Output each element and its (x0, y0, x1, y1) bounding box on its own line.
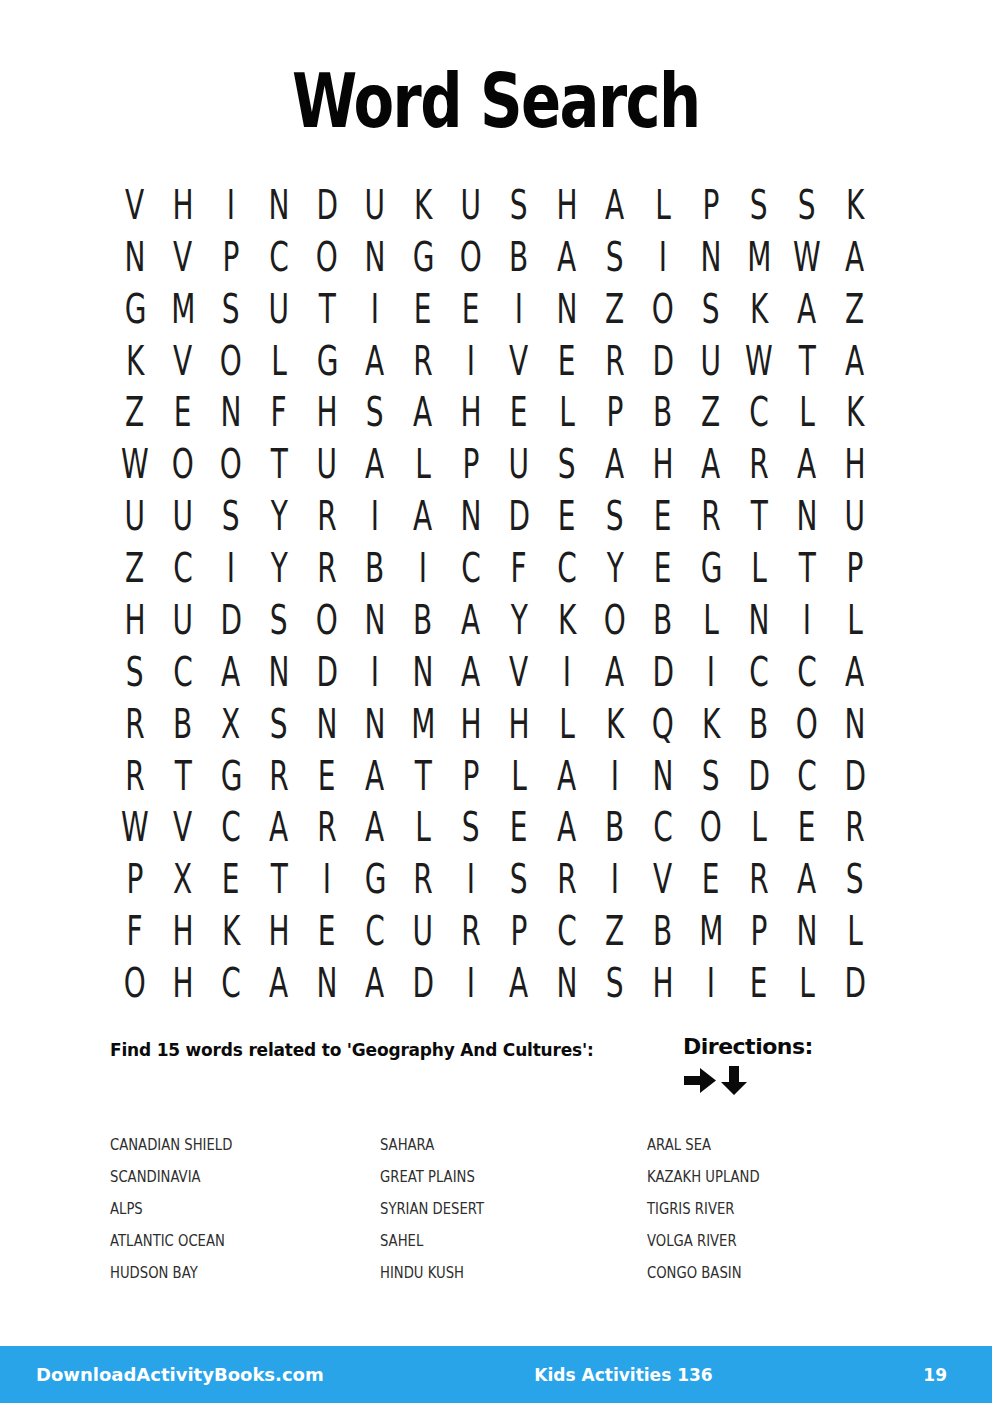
grid-cell: I (783, 594, 831, 646)
grid-cell: L (831, 905, 879, 957)
grid-cell: L (399, 802, 447, 854)
grid-cell: Z (687, 387, 735, 439)
grid-cell: P (447, 750, 495, 802)
grid-cell: U (831, 490, 879, 542)
grid-cell: V (495, 646, 543, 698)
grid-cell: A (591, 179, 639, 231)
grid-cell: L (639, 179, 687, 231)
grid-cell: D (831, 750, 879, 802)
grid-cell: Z (111, 387, 159, 439)
grid-cell: R (735, 438, 783, 490)
grid-cell: R (399, 335, 447, 387)
grid-cell: T (159, 750, 207, 802)
grid-cell: U (351, 179, 399, 231)
grid-cell: M (159, 283, 207, 335)
grid-cell: E (735, 957, 783, 1009)
grid-cell: L (783, 957, 831, 1009)
grid-cell: N (351, 231, 399, 283)
grid-cell: R (303, 542, 351, 594)
grid-cell: F (495, 542, 543, 594)
page-title: Word Search (0, 58, 992, 144)
grid-cell: A (687, 438, 735, 490)
grid-cell: D (207, 594, 255, 646)
word-item: CANADIAN SHIELD (110, 1136, 249, 1168)
grid-cell: A (783, 853, 831, 905)
grid-cell: S (831, 853, 879, 905)
word-search-grid: VHINDUKUSHALPSSKNVPCONGOBASINMWAGMSUTIEE… (111, 179, 879, 1009)
grid-cell: H (831, 438, 879, 490)
grid-cell: C (207, 957, 255, 1009)
grid-cell: S (591, 957, 639, 1009)
grid-cell: E (783, 802, 831, 854)
grid-cell: E (303, 750, 351, 802)
grid-cell: N (303, 698, 351, 750)
word-list-column-3: ARAL SEAKAZAKH UPLANDTIGRIS RIVERVOLGA R… (647, 1136, 775, 1296)
grid-cell: H (303, 387, 351, 439)
grid-cell: X (159, 853, 207, 905)
word-item: GREAT PLAINS (380, 1168, 498, 1200)
grid-cell: D (495, 490, 543, 542)
word-item: TIGRIS RIVER (647, 1200, 775, 1232)
grid-cell: V (495, 335, 543, 387)
grid-cell: Y (255, 490, 303, 542)
grid-cell: I (687, 957, 735, 1009)
word-item: ALPS (110, 1200, 249, 1232)
grid-cell: L (687, 594, 735, 646)
grid-cell: I (351, 283, 399, 335)
grid-cell: A (543, 750, 591, 802)
word-item: CONGO BASIN (647, 1264, 775, 1296)
grid-cell: B (399, 594, 447, 646)
grid-cell: S (255, 594, 303, 646)
grid-cell: E (543, 490, 591, 542)
grid-cell: E (303, 905, 351, 957)
grid-cell: A (543, 231, 591, 283)
grid-cell: S (687, 750, 735, 802)
grid-cell: L (399, 438, 447, 490)
grid-cell: K (207, 905, 255, 957)
word-item: SYRIAN DESERT (380, 1200, 498, 1232)
right-arrow-icon (683, 1067, 717, 1094)
grid-cell: E (543, 335, 591, 387)
grid-cell: T (255, 438, 303, 490)
grid-cell: R (831, 802, 879, 854)
grid-cell: N (111, 231, 159, 283)
grid-cell: P (735, 905, 783, 957)
grid-cell: P (207, 231, 255, 283)
grid-cell: T (303, 283, 351, 335)
grid-cell: A (591, 438, 639, 490)
grid-cell: A (831, 646, 879, 698)
grid-cell: R (255, 750, 303, 802)
grid-cell: N (399, 646, 447, 698)
grid-cell: K (399, 179, 447, 231)
grid-cell: S (543, 438, 591, 490)
grid-cell: C (207, 802, 255, 854)
footer-bar: DownloadActivityBooks.com Kids Activitie… (0, 1346, 992, 1403)
grid-cell: W (111, 802, 159, 854)
grid-cell: R (111, 698, 159, 750)
clue-text: Find 15 words related to 'Geography And … (110, 1040, 594, 1060)
grid-cell: H (159, 957, 207, 1009)
grid-cell: I (207, 179, 255, 231)
grid-cell: I (303, 853, 351, 905)
grid-cell: O (159, 438, 207, 490)
grid-cell: A (447, 594, 495, 646)
grid-cell: I (687, 646, 735, 698)
grid-cell: W (783, 231, 831, 283)
grid-cell: H (111, 594, 159, 646)
grid-cell: P (831, 542, 879, 594)
grid-cell: P (591, 387, 639, 439)
grid-cell: G (687, 542, 735, 594)
grid-cell: I (591, 853, 639, 905)
grid-cell: A (207, 646, 255, 698)
grid-cell: P (447, 438, 495, 490)
grid-cell: E (687, 853, 735, 905)
grid-cell: L (543, 698, 591, 750)
grid-cell: B (351, 542, 399, 594)
grid-cell: I (447, 957, 495, 1009)
grid-cell: E (495, 802, 543, 854)
grid-cell: R (591, 335, 639, 387)
grid-cell: X (207, 698, 255, 750)
grid-cell: S (447, 802, 495, 854)
grid-cell: Z (591, 283, 639, 335)
grid-cell: N (735, 594, 783, 646)
grid-cell: E (639, 490, 687, 542)
grid-cell: W (111, 438, 159, 490)
grid-cell: Y (591, 542, 639, 594)
grid-cell: K (735, 283, 783, 335)
grid-cell: C (735, 387, 783, 439)
grid-cell: A (255, 957, 303, 1009)
grid-cell: A (447, 646, 495, 698)
grid-cell: C (543, 542, 591, 594)
grid-cell: C (783, 750, 831, 802)
grid-cell: E (447, 283, 495, 335)
grid-cell: C (255, 231, 303, 283)
grid-cell: E (399, 283, 447, 335)
grid-cell: U (255, 283, 303, 335)
grid-cell: U (111, 490, 159, 542)
grid-cell: O (447, 231, 495, 283)
grid-cell: E (207, 853, 255, 905)
grid-cell: T (783, 542, 831, 594)
grid-cell: B (639, 387, 687, 439)
grid-cell: M (687, 905, 735, 957)
grid-cell: A (255, 802, 303, 854)
footer-website: DownloadActivityBooks.com (36, 1364, 324, 1385)
grid-cell: R (687, 490, 735, 542)
word-item: ARAL SEA (647, 1136, 775, 1168)
grid-cell: N (831, 698, 879, 750)
grid-cell: C (159, 646, 207, 698)
page-title-text: Word Search (292, 58, 700, 144)
grid-cell: V (639, 853, 687, 905)
grid-cell: I (495, 283, 543, 335)
grid-cell: M (399, 698, 447, 750)
grid-cell: Y (495, 594, 543, 646)
grid-cell: S (255, 698, 303, 750)
grid-cell: S (591, 490, 639, 542)
grid-cell: L (735, 802, 783, 854)
grid-cell: N (351, 594, 399, 646)
grid-cell: K (591, 698, 639, 750)
word-item: KAZAKH UPLAND (647, 1168, 775, 1200)
grid-cell: O (687, 802, 735, 854)
grid-cell: H (495, 698, 543, 750)
grid-cell: A (831, 335, 879, 387)
grid-cell: H (639, 438, 687, 490)
grid-cell: B (639, 905, 687, 957)
grid-cell: G (111, 283, 159, 335)
word-item: SAHARA (380, 1136, 498, 1168)
grid-cell: D (735, 750, 783, 802)
grid-cell: A (351, 802, 399, 854)
word-item: SCANDINAVIA (110, 1168, 249, 1200)
grid-cell: N (447, 490, 495, 542)
grid-cell: S (207, 283, 255, 335)
grid-cell: B (639, 594, 687, 646)
grid-cell: H (543, 179, 591, 231)
grid-cell: U (399, 905, 447, 957)
grid-cell: N (639, 750, 687, 802)
grid-cell: C (735, 646, 783, 698)
grid-cell: K (687, 698, 735, 750)
grid-cell: A (351, 335, 399, 387)
grid-cell: H (447, 387, 495, 439)
grid-cell: A (351, 750, 399, 802)
grid-cell: A (831, 231, 879, 283)
grid-cell: P (495, 905, 543, 957)
grid-cell: A (351, 957, 399, 1009)
directions-arrows (683, 1065, 883, 1096)
grid-cell: T (783, 335, 831, 387)
grid-cell: A (399, 490, 447, 542)
grid-cell: R (399, 853, 447, 905)
grid-cell: O (303, 594, 351, 646)
word-item: HINDU KUSH (380, 1264, 498, 1296)
grid-cell: C (639, 802, 687, 854)
grid-cell: I (207, 542, 255, 594)
grid-cell: T (399, 750, 447, 802)
grid-cell: D (639, 646, 687, 698)
footer-book-title: Kids Activities 136 (324, 1365, 924, 1385)
grid-cell: I (351, 646, 399, 698)
grid-cell: P (687, 179, 735, 231)
grid-cell: O (783, 698, 831, 750)
grid-cell: N (255, 179, 303, 231)
grid-cell: C (351, 905, 399, 957)
grid-cell: U (447, 179, 495, 231)
grid-cell: R (111, 750, 159, 802)
grid-cell: L (255, 335, 303, 387)
grid-cell: L (735, 542, 783, 594)
grid-cell: V (111, 179, 159, 231)
grid-cell: N (303, 957, 351, 1009)
grid-cell: A (495, 957, 543, 1009)
grid-cell: D (303, 179, 351, 231)
grid-cell: A (591, 646, 639, 698)
grid-cell: I (543, 646, 591, 698)
grid-cell: H (159, 179, 207, 231)
grid-cell: Z (591, 905, 639, 957)
grid-cell: N (783, 490, 831, 542)
grid-cell: O (639, 283, 687, 335)
word-list-column-2: SAHARAGREAT PLAINSSYRIAN DESERTSAHELHIND… (380, 1136, 498, 1296)
grid-cell: A (351, 438, 399, 490)
grid-cell: O (303, 231, 351, 283)
grid-cell: Z (111, 542, 159, 594)
grid-cell: D (639, 335, 687, 387)
grid-cell: I (351, 490, 399, 542)
grid-cell: C (159, 542, 207, 594)
grid-cell: Q (639, 698, 687, 750)
grid-cell: D (831, 957, 879, 1009)
grid-cell: S (687, 283, 735, 335)
directions-heading: Directions: (683, 1034, 883, 1059)
grid-cell: K (543, 594, 591, 646)
grid-cell: T (255, 853, 303, 905)
grid-cell: K (831, 387, 879, 439)
grid-cell: S (207, 490, 255, 542)
grid-cell: U (495, 438, 543, 490)
grid-cell: O (207, 335, 255, 387)
grid-cell: L (831, 594, 879, 646)
grid-cell: H (255, 905, 303, 957)
directions-block: Directions: (683, 1034, 883, 1096)
grid-cell: G (351, 853, 399, 905)
grid-cell: R (303, 802, 351, 854)
grid-cell: Z (831, 283, 879, 335)
grid-cell: R (543, 853, 591, 905)
grid-cell: R (303, 490, 351, 542)
grid-cell: B (735, 698, 783, 750)
grid-cell: E (639, 542, 687, 594)
grid-cell: I (639, 231, 687, 283)
footer-page-number: 19 (923, 1365, 947, 1385)
word-item: HUDSON BAY (110, 1264, 249, 1296)
grid-cell: S (783, 179, 831, 231)
grid-cell: C (447, 542, 495, 594)
grid-cell: N (543, 283, 591, 335)
grid-cell: M (735, 231, 783, 283)
grid-cell: N (783, 905, 831, 957)
grid-cell: B (495, 231, 543, 283)
grid-cell: A (783, 438, 831, 490)
grid-cell: U (687, 335, 735, 387)
grid-cell: R (735, 853, 783, 905)
grid-cell: U (159, 490, 207, 542)
grid-cell: I (399, 542, 447, 594)
grid-cell: S (495, 179, 543, 231)
word-item: SAHEL (380, 1232, 498, 1264)
grid-cell: V (159, 802, 207, 854)
grid-cell: N (687, 231, 735, 283)
grid-cell: I (447, 853, 495, 905)
grid-cell: I (591, 750, 639, 802)
grid-cell: O (111, 957, 159, 1009)
grid-cell: O (591, 594, 639, 646)
grid-cell: T (735, 490, 783, 542)
grid-cell: K (111, 335, 159, 387)
grid-cell: A (399, 387, 447, 439)
grid-cell: B (591, 802, 639, 854)
grid-cell: S (591, 231, 639, 283)
grid-cell: L (543, 387, 591, 439)
grid-cell: S (111, 646, 159, 698)
grid-cell: O (207, 438, 255, 490)
word-item: VOLGA RIVER (647, 1232, 775, 1264)
grid-cell: F (255, 387, 303, 439)
word-item: ATLANTIC OCEAN (110, 1232, 249, 1264)
grid-cell: S (351, 387, 399, 439)
down-arrow-icon (720, 1065, 748, 1096)
grid-cell: I (447, 335, 495, 387)
grid-cell: G (303, 335, 351, 387)
grid-cell: N (351, 698, 399, 750)
grid-cell: N (255, 646, 303, 698)
grid-cell: N (543, 957, 591, 1009)
grid-cell: D (303, 646, 351, 698)
grid-cell: W (735, 335, 783, 387)
grid-cell: A (543, 802, 591, 854)
grid-cell: C (783, 646, 831, 698)
grid-cell: H (447, 698, 495, 750)
grid-cell: G (399, 231, 447, 283)
grid-cell: N (207, 387, 255, 439)
grid-cell: K (831, 179, 879, 231)
grid-cell: D (399, 957, 447, 1009)
word-list-column-1: CANADIAN SHIELDSCANDINAVIAALPSATLANTIC O… (110, 1136, 249, 1296)
grid-cell: F (111, 905, 159, 957)
grid-cell: L (783, 387, 831, 439)
grid-cell: V (159, 231, 207, 283)
grid-cell: S (495, 853, 543, 905)
grid-cell: A (783, 283, 831, 335)
grid-cell: L (495, 750, 543, 802)
grid-cell: E (159, 387, 207, 439)
grid-cell: C (543, 905, 591, 957)
grid-cell: G (207, 750, 255, 802)
grid-cell: V (159, 335, 207, 387)
grid-cell: S (735, 179, 783, 231)
grid-cell: Y (255, 542, 303, 594)
grid-cell: B (159, 698, 207, 750)
grid-cell: H (639, 957, 687, 1009)
grid-cell: U (303, 438, 351, 490)
grid-cell: H (159, 905, 207, 957)
grid-cell: R (447, 905, 495, 957)
grid-cell: P (111, 853, 159, 905)
grid-cell: E (495, 387, 543, 439)
grid-cell: U (159, 594, 207, 646)
